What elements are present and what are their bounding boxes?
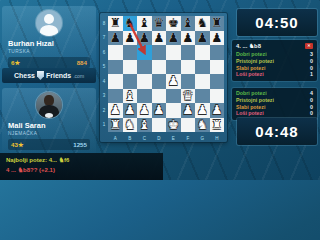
- shield-icon: [37, 71, 44, 80]
- black-bishop: ♝: [181, 16, 196, 31]
- square-d8[interactable]: ♛: [152, 16, 167, 31]
- clock-top-player: 04:50: [237, 9, 317, 36]
- player-level-badge: 43★: [11, 141, 23, 148]
- black-pawn: ♟: [195, 31, 210, 46]
- stat-row: Dobri potezi3: [236, 51, 313, 58]
- square-h1[interactable]: ♜: [210, 118, 225, 133]
- square-f5[interactable]: [181, 60, 196, 75]
- square-c2[interactable]: ♟: [137, 103, 152, 118]
- black-pawn: ♟: [108, 31, 123, 46]
- square-a6[interactable]: [108, 45, 123, 60]
- square-a7[interactable]: ♟: [108, 31, 123, 46]
- square-d4[interactable]: [152, 74, 167, 89]
- square-h3[interactable]: [210, 89, 225, 104]
- square-g1[interactable]: ♞: [195, 118, 210, 133]
- stat-value: 0: [310, 104, 313, 111]
- square-g8[interactable]: ♞: [195, 16, 210, 31]
- stat-row: Slabi potezi0: [236, 104, 313, 111]
- square-d1[interactable]: [152, 118, 167, 133]
- square-b5[interactable]: [123, 60, 138, 75]
- player-country: TURSKA: [8, 49, 90, 54]
- square-e4[interactable]: ♟: [166, 74, 181, 89]
- avatar: [36, 92, 62, 118]
- file-label-D: D: [152, 136, 167, 141]
- black-pawn: ♟: [123, 31, 138, 46]
- square-d5[interactable]: [152, 60, 167, 75]
- square-d2[interactable]: ♟: [152, 103, 167, 118]
- black-pawn: ♟: [210, 31, 225, 46]
- stats-rows: Dobri potezi4Pristojni potezi0Slabi pote…: [236, 90, 313, 117]
- stat-label: Pristojni potezi: [236, 58, 274, 65]
- white-knight: ♞: [123, 118, 138, 133]
- square-d7[interactable]: ♟: [152, 31, 167, 46]
- rank-label-6: 6: [101, 45, 107, 60]
- square-e5[interactable]: [166, 60, 181, 75]
- white-pawn: ♟: [152, 103, 167, 118]
- square-e3[interactable]: [166, 89, 181, 104]
- square-a2[interactable]: ♟: [108, 103, 123, 118]
- file-label-F: F: [181, 136, 196, 141]
- square-g3[interactable]: [195, 89, 210, 104]
- rank-label-8: 8: [101, 16, 107, 31]
- square-c4[interactable]: [137, 74, 152, 89]
- black-queen: ♛: [152, 16, 167, 31]
- rank-label-1: 1: [101, 118, 107, 133]
- square-b7[interactable]: ♟: [123, 31, 138, 46]
- player-card-bottom: Mali Saran NJEMAČKA 43★ 1255: [2, 88, 96, 154]
- square-g4[interactable]: [195, 74, 210, 89]
- avatar-silhouette: [44, 14, 54, 24]
- player-level-badge: 6★: [11, 59, 20, 66]
- square-f1[interactable]: [181, 118, 196, 133]
- file-label-B: B: [123, 136, 138, 141]
- black-knight: ♞: [123, 16, 138, 31]
- last-move-header: 4. ... ♞b8 ✕: [236, 43, 313, 49]
- square-e1[interactable]: ♚: [166, 118, 181, 133]
- player-level-row: 43★ 1255: [8, 139, 90, 150]
- stat-label: Slabi potezi: [236, 104, 265, 111]
- square-f6[interactable]: [181, 45, 196, 60]
- black-king: ♚: [166, 16, 181, 31]
- player-name: Burhan Hızal: [8, 39, 90, 48]
- square-f7[interactable]: ♟: [181, 31, 196, 46]
- move-quality-panel-bottom: Dobri potezi4Pristojni potezi0Slabi pote…: [232, 88, 317, 120]
- player-card-top: Burhan Hızal TURSKA 6★ 884: [2, 6, 96, 72]
- logo-text-com: .com: [73, 73, 84, 79]
- stat-label: Pristojni potezi: [236, 97, 274, 104]
- player-name: Mali Saran: [8, 121, 90, 130]
- stat-value: 0: [310, 110, 313, 117]
- square-e6[interactable]: [166, 45, 181, 60]
- stat-label: Loši potezi: [236, 71, 264, 78]
- black-bishop: ♝: [137, 16, 152, 31]
- square-g2[interactable]: ♟: [195, 103, 210, 118]
- white-pawn: ♟: [195, 103, 210, 118]
- square-g7[interactable]: ♟: [195, 31, 210, 46]
- stat-row: Loši potezi1: [236, 71, 313, 78]
- file-coordinates: ABCDEFGH: [108, 136, 224, 141]
- board-grid: ♜♞♝♛♚♝♞♜♟♟♟♟♟♟♟♟♟♝♛♟♟♟♟♟♟♟♜♞♝♚♞♜: [108, 16, 224, 132]
- stat-label: Loši potezi: [236, 110, 264, 117]
- square-g6[interactable]: [195, 45, 210, 60]
- square-h5[interactable]: [210, 60, 225, 75]
- logo-text-chess: Chess: [14, 72, 35, 79]
- black-rook: ♜: [108, 16, 123, 31]
- chess-board: ♜♞♝♛♚♝♞♜♟♟♟♟♟♟♟♟♟♝♛♟♟♟♟♟♟♟♜♞♝♚♞♜ 8765432…: [100, 13, 227, 142]
- avatar: [36, 10, 62, 36]
- square-d6[interactable]: [152, 45, 167, 60]
- white-pawn: ♟: [108, 103, 123, 118]
- white-pawn: ♟: [166, 74, 181, 89]
- white-bishop: ♝: [137, 118, 152, 133]
- move-hint-bar: Najbolji potez: 4... ♞f6 4 ... ♞b8?? (+2…: [0, 153, 163, 180]
- square-a3[interactable]: [108, 89, 123, 104]
- white-rook: ♜: [210, 118, 225, 133]
- rank-label-4: 4: [101, 74, 107, 89]
- square-f3[interactable]: ♛: [181, 89, 196, 104]
- stat-row: Pristojni potezi0: [236, 97, 313, 104]
- white-rook: ♜: [108, 118, 123, 133]
- square-f4[interactable]: [181, 74, 196, 89]
- square-a4[interactable]: [108, 74, 123, 89]
- player-rating: 1255: [73, 141, 87, 148]
- chessfriends-logo: Chess Friends .com: [2, 68, 96, 83]
- white-bishop: ♝: [123, 89, 138, 104]
- white-queen: ♛: [181, 89, 196, 104]
- square-a1[interactable]: ♜: [108, 118, 123, 133]
- stat-row: Dobri potezi4: [236, 90, 313, 97]
- white-pawn: ♟: [123, 103, 138, 118]
- stat-value: 3: [310, 51, 313, 58]
- player-level-row: 6★ 884: [8, 57, 90, 68]
- square-c6[interactable]: [137, 45, 152, 60]
- square-h2[interactable]: ♟: [210, 103, 225, 118]
- square-e7[interactable]: ♟: [166, 31, 181, 46]
- stat-row: Slabi potezi0: [236, 65, 313, 72]
- square-h8[interactable]: ♜: [210, 16, 225, 31]
- square-c3[interactable]: [137, 89, 152, 104]
- best-move-hint: Najbolji potez: 4... ♞f6: [6, 156, 157, 163]
- square-f8[interactable]: ♝: [181, 16, 196, 31]
- rank-label-5: 5: [101, 60, 107, 75]
- black-pawn: ♟: [152, 31, 167, 46]
- square-c5[interactable]: [137, 60, 152, 75]
- stat-value: 1: [310, 71, 313, 78]
- black-rook: ♜: [210, 16, 225, 31]
- player-rating: 884: [77, 59, 87, 66]
- rank-label-3: 3: [101, 89, 107, 104]
- rank-label-7: 7: [101, 31, 107, 46]
- square-g5[interactable]: [195, 60, 210, 75]
- black-knight: ♞: [195, 16, 210, 31]
- stats-rows: Dobri potezi3Pristojni potezi0Slabi pote…: [236, 51, 313, 78]
- file-label-A: A: [108, 136, 123, 141]
- white-pawn: ♟: [137, 103, 152, 118]
- square-b6[interactable]: [123, 45, 138, 60]
- blunder-icon: ✕: [305, 43, 313, 49]
- file-label-G: G: [195, 136, 210, 141]
- stat-row: Pristojni potezi0: [236, 58, 313, 65]
- file-label-C: C: [137, 136, 152, 141]
- played-move-evaluation: 4 ... ♞b8?? (+2.1): [6, 166, 157, 173]
- stat-label: Slabi potezi: [236, 65, 265, 72]
- square-b1[interactable]: ♞: [123, 118, 138, 133]
- square-c8[interactable]: ♝: [137, 16, 152, 31]
- file-label-E: E: [166, 136, 181, 141]
- stat-label: Dobri potezi: [236, 51, 267, 58]
- logo-text-friends: Friends: [46, 72, 71, 79]
- move-quality-panel-top: 4. ... ♞b8 ✕ Dobri potezi3Pristojni pote…: [232, 40, 317, 81]
- square-a5[interactable]: [108, 60, 123, 75]
- file-label-H: H: [210, 136, 225, 141]
- black-pawn: ♟: [137, 31, 152, 46]
- white-knight: ♞: [195, 118, 210, 133]
- square-h7[interactable]: ♟: [210, 31, 225, 46]
- rank-coordinates: 87654321: [101, 16, 107, 132]
- white-king: ♚: [166, 118, 181, 133]
- square-c1[interactable]: ♝: [137, 118, 152, 133]
- black-pawn: ♟: [181, 31, 196, 46]
- stat-label: Dobri potezi: [236, 90, 267, 97]
- stat-value: 4: [310, 90, 313, 97]
- rank-label-2: 2: [101, 103, 107, 118]
- square-e2[interactable]: [166, 103, 181, 118]
- square-b3[interactable]: ♝: [123, 89, 138, 104]
- stat-row: Loši potezi0: [236, 110, 313, 117]
- white-pawn: ♟: [181, 103, 196, 118]
- square-b2[interactable]: ♟: [123, 103, 138, 118]
- clock-bottom-player: 04:48: [237, 118, 317, 145]
- square-h6[interactable]: [210, 45, 225, 60]
- square-e8[interactable]: ♚: [166, 16, 181, 31]
- stat-value: 0: [310, 65, 313, 72]
- square-f2[interactable]: ♟: [181, 103, 196, 118]
- square-c7[interactable]: ♟: [137, 31, 152, 46]
- stat-value: 0: [310, 97, 313, 104]
- square-h4[interactable]: [210, 74, 225, 89]
- stat-value: 0: [310, 58, 313, 65]
- black-pawn: ♟: [166, 31, 181, 46]
- square-a8[interactable]: ♜: [108, 16, 123, 31]
- square-b8[interactable]: ♞: [123, 16, 138, 31]
- square-b4[interactable]: [123, 74, 138, 89]
- white-pawn: ♟: [210, 103, 225, 118]
- player-country: NJEMAČKA: [8, 131, 90, 136]
- last-move-text: 4. ... ♞b8: [236, 43, 261, 49]
- square-d3[interactable]: [152, 89, 167, 104]
